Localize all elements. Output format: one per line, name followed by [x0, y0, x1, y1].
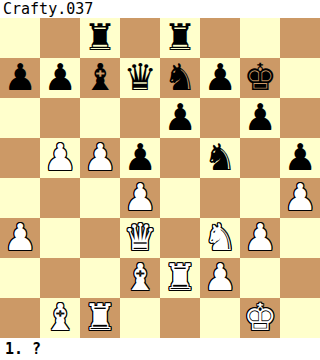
piece-black-king[interactable]: ♚	[243, 59, 276, 96]
square-e1[interactable]	[160, 298, 200, 338]
square-a5[interactable]	[0, 138, 40, 178]
piece-black-rook[interactable]: ♜	[83, 19, 116, 56]
square-e4[interactable]	[160, 178, 200, 218]
piece-white-pawn[interactable]: ♟	[203, 259, 236, 296]
square-d1[interactable]	[120, 298, 160, 338]
square-a3[interactable]: ♟	[0, 218, 40, 258]
square-c3[interactable]	[80, 218, 120, 258]
piece-black-knight[interactable]: ♞	[203, 139, 236, 176]
piece-white-king[interactable]: ♚	[243, 299, 276, 336]
square-c2[interactable]	[80, 258, 120, 298]
square-f2[interactable]: ♟	[200, 258, 240, 298]
square-e8[interactable]: ♜	[160, 18, 200, 58]
square-g6[interactable]: ♟	[240, 98, 280, 138]
square-b3[interactable]	[40, 218, 80, 258]
square-c7[interactable]: ♝	[80, 58, 120, 98]
square-c6[interactable]	[80, 98, 120, 138]
square-d4[interactable]: ♟	[120, 178, 160, 218]
square-e2[interactable]: ♜	[160, 258, 200, 298]
piece-white-queen[interactable]: ♛	[123, 219, 156, 256]
square-f7[interactable]: ♟	[200, 58, 240, 98]
square-h5[interactable]: ♟	[280, 138, 320, 178]
square-d2[interactable]: ♝	[120, 258, 160, 298]
square-g1[interactable]: ♚	[240, 298, 280, 338]
piece-white-pawn[interactable]: ♟	[243, 219, 276, 256]
square-b5[interactable]: ♟	[40, 138, 80, 178]
square-g8[interactable]	[240, 18, 280, 58]
piece-black-queen[interactable]: ♛	[123, 59, 156, 96]
square-g5[interactable]	[240, 138, 280, 178]
piece-black-pawn[interactable]: ♟	[163, 99, 196, 136]
piece-black-rook[interactable]: ♜	[163, 19, 196, 56]
title-bar: Crafty.037	[0, 0, 320, 18]
piece-black-pawn[interactable]: ♟	[3, 59, 36, 96]
square-e3[interactable]	[160, 218, 200, 258]
piece-black-bishop[interactable]: ♝	[83, 59, 116, 96]
square-d3[interactable]: ♛	[120, 218, 160, 258]
piece-black-knight[interactable]: ♞	[163, 59, 196, 96]
square-d7[interactable]: ♛	[120, 58, 160, 98]
square-a8[interactable]	[0, 18, 40, 58]
square-g4[interactable]	[240, 178, 280, 218]
piece-white-knight[interactable]: ♞	[203, 219, 236, 256]
square-b8[interactable]	[40, 18, 80, 58]
square-h1[interactable]	[280, 298, 320, 338]
square-h3[interactable]	[280, 218, 320, 258]
piece-white-pawn[interactable]: ♟	[283, 179, 316, 216]
square-h4[interactable]: ♟	[280, 178, 320, 218]
square-h2[interactable]	[280, 258, 320, 298]
square-a7[interactable]: ♟	[0, 58, 40, 98]
square-g7[interactable]: ♚	[240, 58, 280, 98]
square-f5[interactable]: ♞	[200, 138, 240, 178]
square-c8[interactable]: ♜	[80, 18, 120, 58]
square-c4[interactable]	[80, 178, 120, 218]
square-d6[interactable]	[120, 98, 160, 138]
square-b6[interactable]	[40, 98, 80, 138]
move-prompt: 1. ?	[5, 340, 41, 358]
piece-white-bishop[interactable]: ♝	[123, 259, 156, 296]
piece-white-rook[interactable]: ♜	[163, 259, 196, 296]
piece-black-pawn[interactable]: ♟	[243, 99, 276, 136]
square-d5[interactable]: ♟	[120, 138, 160, 178]
square-e5[interactable]	[160, 138, 200, 178]
chess-board: ♜♜♟♟♝♛♞♟♚♟♟♟♟♟♞♟♟♟♟♛♞♟♝♜♟♝♜♚	[0, 18, 320, 338]
piece-black-pawn[interactable]: ♟	[203, 59, 236, 96]
square-a4[interactable]	[0, 178, 40, 218]
square-b4[interactable]	[40, 178, 80, 218]
square-d8[interactable]	[120, 18, 160, 58]
piece-white-pawn[interactable]: ♟	[83, 139, 116, 176]
square-g2[interactable]	[240, 258, 280, 298]
piece-black-pawn[interactable]: ♟	[43, 59, 76, 96]
square-f1[interactable]	[200, 298, 240, 338]
window-title: Crafty.037	[3, 0, 93, 18]
square-f3[interactable]: ♞	[200, 218, 240, 258]
square-f4[interactable]	[200, 178, 240, 218]
square-h6[interactable]	[280, 98, 320, 138]
square-c5[interactable]: ♟	[80, 138, 120, 178]
piece-black-pawn[interactable]: ♟	[123, 139, 156, 176]
piece-white-bishop[interactable]: ♝	[43, 299, 76, 336]
square-e6[interactable]: ♟	[160, 98, 200, 138]
square-a2[interactable]	[0, 258, 40, 298]
square-h7[interactable]	[280, 58, 320, 98]
square-b7[interactable]: ♟	[40, 58, 80, 98]
square-e7[interactable]: ♞	[160, 58, 200, 98]
piece-white-rook[interactable]: ♜	[83, 299, 116, 336]
square-f6[interactable]	[200, 98, 240, 138]
piece-white-pawn[interactable]: ♟	[123, 179, 156, 216]
piece-black-pawn[interactable]: ♟	[283, 139, 316, 176]
square-h8[interactable]	[280, 18, 320, 58]
square-a1[interactable]	[0, 298, 40, 338]
square-f8[interactable]	[200, 18, 240, 58]
square-a6[interactable]	[0, 98, 40, 138]
square-c1[interactable]: ♜	[80, 298, 120, 338]
square-b1[interactable]: ♝	[40, 298, 80, 338]
status-bar: 1. ?	[0, 338, 320, 360]
piece-white-pawn[interactable]: ♟	[3, 219, 36, 256]
piece-white-pawn[interactable]: ♟	[43, 139, 76, 176]
square-g3[interactable]: ♟	[240, 218, 280, 258]
square-b2[interactable]	[40, 258, 80, 298]
